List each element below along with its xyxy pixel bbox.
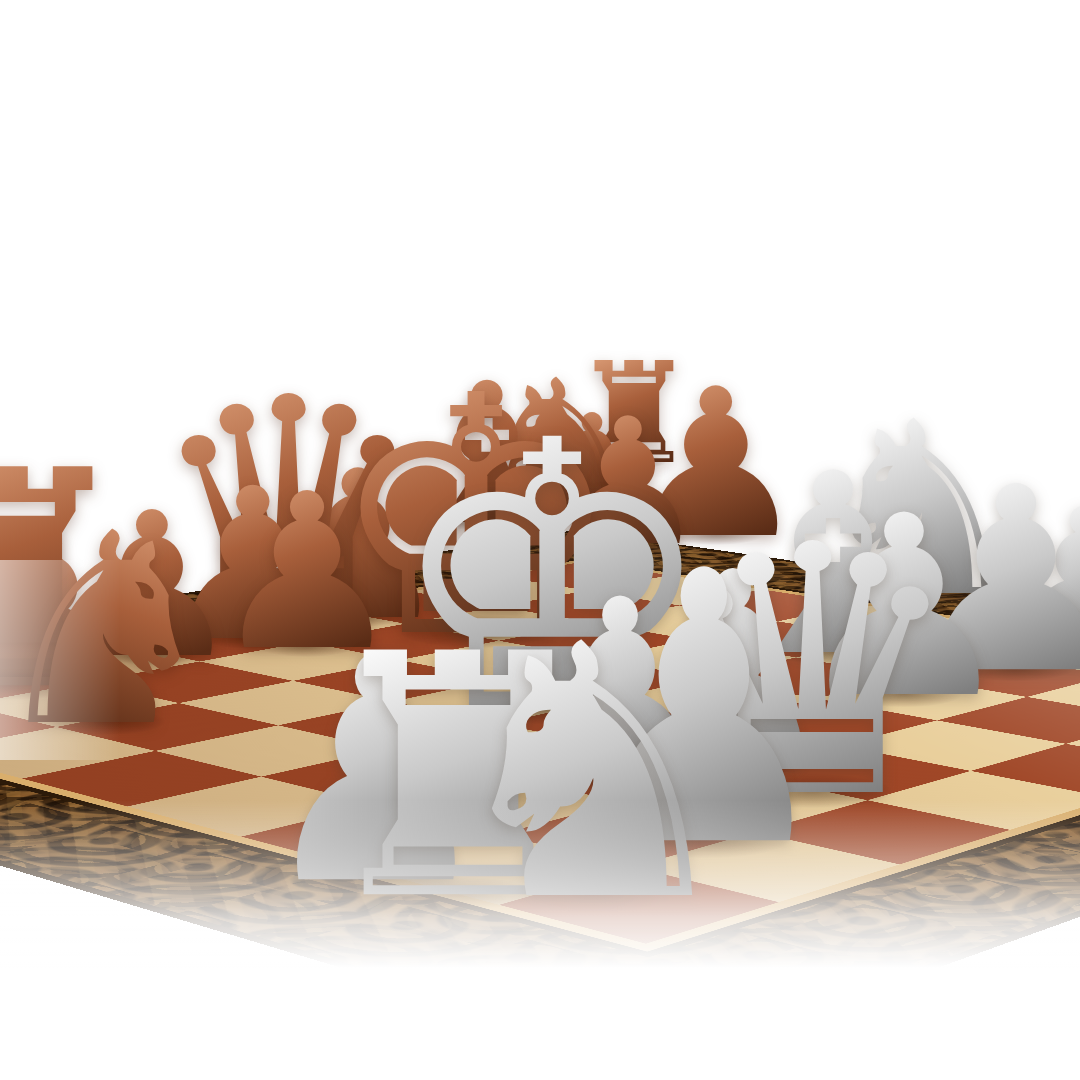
copper-knight[interactable]: ♞ (0, 471, 223, 736)
pieces-layer: ♜♟♞♝♟♟♞♟♛♟♚♟♟♟♝♟♟♜♟♚♞♟♟♛♟♟♜♞ (0, 0, 1080, 1080)
knight-glyph: ♞ (0, 498, 223, 763)
knight-glyph: ♞ (435, 599, 749, 949)
photo-canvas: ♜♟♞♝♟♟♞♟♛♟♚♟♟♟♝♟♟♜♟♚♞♟♟♛♟♟♜♞ (0, 0, 1080, 1080)
silver-knight[interactable]: ♞ (435, 564, 749, 914)
